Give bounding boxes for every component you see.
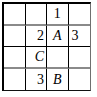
cell-r4c1 (4, 69, 26, 91)
cell-r4c2: 3 (26, 69, 48, 91)
cell-r3c1 (4, 47, 26, 69)
cell-r2c3: A (47, 26, 69, 48)
cell-r1c4 (69, 4, 91, 26)
cell-r2c1 (4, 26, 26, 48)
cell-r3c2: C (26, 47, 48, 69)
cell-r2c2: 2 (26, 26, 48, 48)
puzzle-board: 1 2 A 3 C 3 B (2, 2, 91, 91)
cell-r1c3: 1 (47, 4, 69, 26)
cell-r2c4: 3 (69, 26, 91, 48)
cell-r3c3 (47, 47, 69, 69)
cell-r3c4 (69, 47, 91, 69)
cell-r4c3: B (47, 69, 69, 91)
cell-r4c4 (69, 69, 91, 91)
cell-r1c1 (4, 4, 26, 26)
cell-r1c2 (26, 4, 48, 26)
